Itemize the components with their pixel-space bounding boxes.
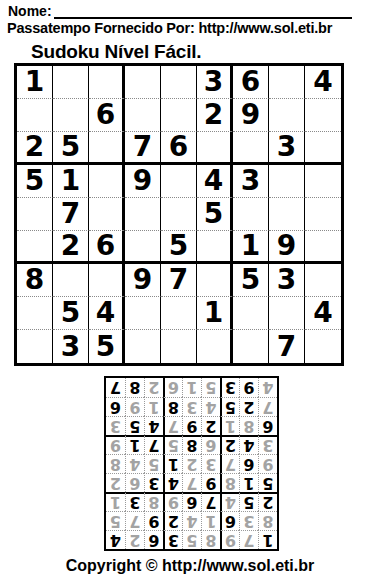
solution-cell-r4c5: 7 xyxy=(182,473,201,492)
cell-r5c3[interactable] xyxy=(89,198,125,231)
solution-cell-r2c3: 6 xyxy=(220,511,239,530)
cell-r6c8: 9 xyxy=(269,231,305,264)
cell-r3c8: 3 xyxy=(269,132,305,165)
cell-r9c2: 3 xyxy=(53,330,89,363)
cell-r2c9[interactable] xyxy=(305,99,341,132)
solution-cell-r4c9: 2 xyxy=(106,473,125,492)
solution-cell-r4c8: 6 xyxy=(125,473,144,492)
solution-cell-r5c5: 2 xyxy=(182,454,201,473)
solution-cell-r9c8: 8 xyxy=(125,378,144,397)
cell-r8c3: 4 xyxy=(89,297,125,330)
cell-r7c6[interactable] xyxy=(197,264,233,297)
cell-r3c6[interactable] xyxy=(197,132,233,165)
solution-cell-r3c2: 5 xyxy=(239,492,258,511)
cell-r8c9: 4 xyxy=(305,297,341,330)
solution-cell-r7c1: 6 xyxy=(258,416,277,435)
cell-r5c7[interactable] xyxy=(233,198,269,231)
cell-r4c5[interactable] xyxy=(161,165,197,198)
solution-cell-r4c6: 4 xyxy=(163,473,182,492)
cell-r9c3: 5 xyxy=(89,330,125,363)
cell-r4c7: 3 xyxy=(233,165,269,198)
worksheet-page: Nome: Passatempo Fornecido Por: http://w… xyxy=(0,0,380,585)
solution-cell-r1c2: 7 xyxy=(239,530,258,549)
solution-cell-r6c6: 5 xyxy=(163,435,182,454)
solution-cell-r1c5: 5 xyxy=(182,530,201,549)
name-label: Nome: xyxy=(8,3,52,19)
solution-cell-r6c3: 2 xyxy=(220,435,239,454)
solution-cell-r8c1: 7 xyxy=(258,397,277,416)
cell-r8c2: 5 xyxy=(53,297,89,330)
cell-r5c1[interactable] xyxy=(17,198,53,231)
cell-r5c4[interactable] xyxy=(125,198,161,231)
cell-r9c7[interactable] xyxy=(233,330,269,363)
solution-cell-r5c1: 9 xyxy=(258,454,277,473)
cell-r3c7[interactable] xyxy=(233,132,269,165)
cell-r2c5[interactable] xyxy=(161,99,197,132)
cell-r2c4[interactable] xyxy=(125,99,161,132)
solution-cell-r4c3: 8 xyxy=(220,473,239,492)
solution-cell-r5c6: 1 xyxy=(163,454,182,473)
cell-r4c9[interactable] xyxy=(305,165,341,198)
cell-r6c6[interactable] xyxy=(197,231,233,264)
cell-r5c6: 5 xyxy=(197,198,233,231)
solution-cell-r1c4: 8 xyxy=(201,530,220,549)
solution-cell-r5c8: 4 xyxy=(125,454,144,473)
cell-r7c3[interactable] xyxy=(89,264,125,297)
solution-cell-r4c1: 5 xyxy=(258,473,277,492)
solution-cell-r9c4: 5 xyxy=(201,378,220,397)
cell-r8c8[interactable] xyxy=(269,297,305,330)
main-sudoku-grid: 136462925763519437526519897535414357 xyxy=(14,63,344,366)
solution-cell-r9c1: 4 xyxy=(258,378,277,397)
cell-r6c7: 1 xyxy=(233,231,269,264)
solution-cell-r7c5: 9 xyxy=(182,416,201,435)
solution-cell-r8c7: 1 xyxy=(144,397,163,416)
cell-r8c1[interactable] xyxy=(17,297,53,330)
cell-r1c9: 4 xyxy=(305,66,341,99)
solution-cell-r6c2: 4 xyxy=(239,435,258,454)
cell-r9c1[interactable] xyxy=(17,330,53,363)
copyright-text: Copyright © http://www.sol.eti.br xyxy=(0,557,380,575)
solution-cell-r3c6: 9 xyxy=(163,492,182,511)
cell-r2c7: 9 xyxy=(233,99,269,132)
solution-cell-r1c7: 6 xyxy=(144,530,163,549)
cell-r2c1[interactable] xyxy=(17,99,53,132)
solution-cell-r4c4: 9 xyxy=(201,473,220,492)
cell-r9c5[interactable] xyxy=(161,330,197,363)
solution-cell-r8c4: 4 xyxy=(201,397,220,416)
cell-r9c4[interactable] xyxy=(125,330,161,363)
cell-r6c2: 2 xyxy=(53,231,89,264)
solution-cell-r2c1: 8 xyxy=(258,511,277,530)
provided-by-text: Passatempo Fornecido Por: http://www.sol… xyxy=(7,20,332,36)
cell-r9c9 xyxy=(305,330,341,363)
cell-r1c4[interactable] xyxy=(125,66,161,99)
solution-cell-r4c2: 1 xyxy=(239,473,258,492)
solution-cell-r2c4: 1 xyxy=(201,511,220,530)
solution-cell-r2c2: 3 xyxy=(239,511,258,530)
cell-r1c8[interactable] xyxy=(269,66,305,99)
cell-r5c2: 7 xyxy=(53,198,89,231)
solution-cell-r1c9: 4 xyxy=(106,530,125,549)
solution-cell-r1c8: 2 xyxy=(125,530,144,549)
cell-r1c7: 6 xyxy=(233,66,269,99)
cell-r8c6: 1 xyxy=(197,297,233,330)
cell-r1c5[interactable] xyxy=(161,66,197,99)
solution-cell-r7c4: 2 xyxy=(201,416,220,435)
solution-cell-r2c9: 5 xyxy=(106,511,125,530)
cell-r7c4: 9 xyxy=(125,264,161,297)
solution-cell-r3c5: 6 xyxy=(182,492,201,511)
solution-cell-r7c6: 7 xyxy=(163,416,182,435)
cell-r4c1: 5 xyxy=(17,165,53,198)
solution-cell-r3c1: 2 xyxy=(258,492,277,511)
solution-cell-r6c1: 3 xyxy=(258,435,277,454)
name-row: Nome: xyxy=(8,2,352,19)
solution-cell-r8c8: 9 xyxy=(125,397,144,416)
solution-cell-r7c3: 1 xyxy=(220,416,239,435)
cell-r2c3: 6 xyxy=(89,99,125,132)
cell-r1c3[interactable] xyxy=(89,66,125,99)
cell-r6c1[interactable] xyxy=(17,231,53,264)
cell-r3c9[interactable] xyxy=(305,132,341,165)
solution-cell-r4c7: 3 xyxy=(144,473,163,492)
solution-cell-r9c7: 2 xyxy=(144,378,163,397)
solution-cell-r3c3: 4 xyxy=(220,492,239,511)
cell-r2c8[interactable] xyxy=(269,99,305,132)
solution-grid: 1798536248361429752547698315189743629673… xyxy=(104,376,279,551)
solution-cell-r1c1: 1 xyxy=(258,530,277,549)
solution-cell-r8c6: 8 xyxy=(163,397,182,416)
solution-cell-r6c5: 8 xyxy=(182,435,201,454)
cell-r5c8[interactable] xyxy=(269,198,305,231)
solution-cell-r1c6: 3 xyxy=(163,530,182,549)
cell-r7c5: 7 xyxy=(161,264,197,297)
solution-cell-r5c7: 5 xyxy=(144,454,163,473)
solution-cell-r6c9: 9 xyxy=(106,435,125,454)
cell-r4c6: 4 xyxy=(197,165,233,198)
solution-cell-r3c9: 1 xyxy=(106,492,125,511)
cell-r7c9[interactable] xyxy=(305,264,341,297)
cell-r6c4[interactable] xyxy=(125,231,161,264)
cell-r5c9[interactable] xyxy=(305,198,341,231)
cell-r3c3[interactable] xyxy=(89,132,125,165)
cell-r5c5[interactable] xyxy=(161,198,197,231)
solution-cell-r7c2: 8 xyxy=(239,416,258,435)
solution-cell-r6c4: 6 xyxy=(201,435,220,454)
cell-r8c5[interactable] xyxy=(161,297,197,330)
solution-cell-r9c9: 7 xyxy=(106,378,125,397)
solution-cell-r3c4: 7 xyxy=(201,492,220,511)
cell-r9c6[interactable] xyxy=(197,330,233,363)
cell-r6c5: 5 xyxy=(161,231,197,264)
cell-r7c1: 8 xyxy=(17,264,53,297)
solution-cell-r1c3: 9 xyxy=(220,530,239,549)
cell-r1c2[interactable] xyxy=(53,66,89,99)
page-title: Sudoku Nível Fácil. xyxy=(31,41,201,63)
solution-cell-r5c4: 3 xyxy=(201,454,220,473)
cell-r1c1: 1 xyxy=(17,66,53,99)
solution-cell-r9c6: 6 xyxy=(163,378,182,397)
solution-cell-r2c7: 9 xyxy=(144,511,163,530)
solution-cell-r6c7: 7 xyxy=(144,435,163,454)
name-fill-line[interactable] xyxy=(54,2,352,19)
solution-cell-r2c6: 2 xyxy=(163,511,182,530)
cell-r3c4: 7 xyxy=(125,132,161,165)
cell-r2c6: 2 xyxy=(197,99,233,132)
cell-r7c8: 3 xyxy=(269,264,305,297)
cell-r8c4[interactable] xyxy=(125,297,161,330)
solution-cell-r3c8: 3 xyxy=(125,492,144,511)
solution-cell-r2c8: 7 xyxy=(125,511,144,530)
cell-r2c2[interactable] xyxy=(53,99,89,132)
solution-cell-r9c3: 3 xyxy=(220,378,239,397)
solution-cell-r7c8: 5 xyxy=(125,416,144,435)
cell-r7c7: 5 xyxy=(233,264,269,297)
solution-cell-r8c5: 3 xyxy=(182,397,201,416)
solution-cell-r5c2: 6 xyxy=(239,454,258,473)
cell-r4c2: 1 xyxy=(53,165,89,198)
solution-cell-r9c5: 1 xyxy=(182,378,201,397)
cell-r4c4: 9 xyxy=(125,165,161,198)
cell-r4c8[interactable] xyxy=(269,165,305,198)
cell-r1c6: 3 xyxy=(197,66,233,99)
cell-r8c7[interactable] xyxy=(233,297,269,330)
cell-r3c2: 5 xyxy=(53,132,89,165)
solution-cell-r8c2: 2 xyxy=(239,397,258,416)
cell-r6c9[interactable] xyxy=(305,231,341,264)
solution-cell-r3c7: 8 xyxy=(144,492,163,511)
solution-cell-r8c3: 5 xyxy=(220,397,239,416)
solution-cell-r6c8: 1 xyxy=(125,435,144,454)
solution-cell-r8c9: 6 xyxy=(106,397,125,416)
solution-cell-r5c9: 8 xyxy=(106,454,125,473)
cell-r7c2[interactable] xyxy=(53,264,89,297)
cell-r3c5: 6 xyxy=(161,132,197,165)
solution-cell-r5c3: 7 xyxy=(220,454,239,473)
solution-cell-r9c2: 9 xyxy=(239,378,258,397)
cell-r6c3: 6 xyxy=(89,231,125,264)
cell-r4c3[interactable] xyxy=(89,165,125,198)
solution-cell-r2c5: 4 xyxy=(182,511,201,530)
cell-r3c1: 2 xyxy=(17,132,53,165)
solution-cell-r7c7: 4 xyxy=(144,416,163,435)
cell-r9c8: 7 xyxy=(269,330,305,363)
solution-cell-r7c9: 3 xyxy=(106,416,125,435)
